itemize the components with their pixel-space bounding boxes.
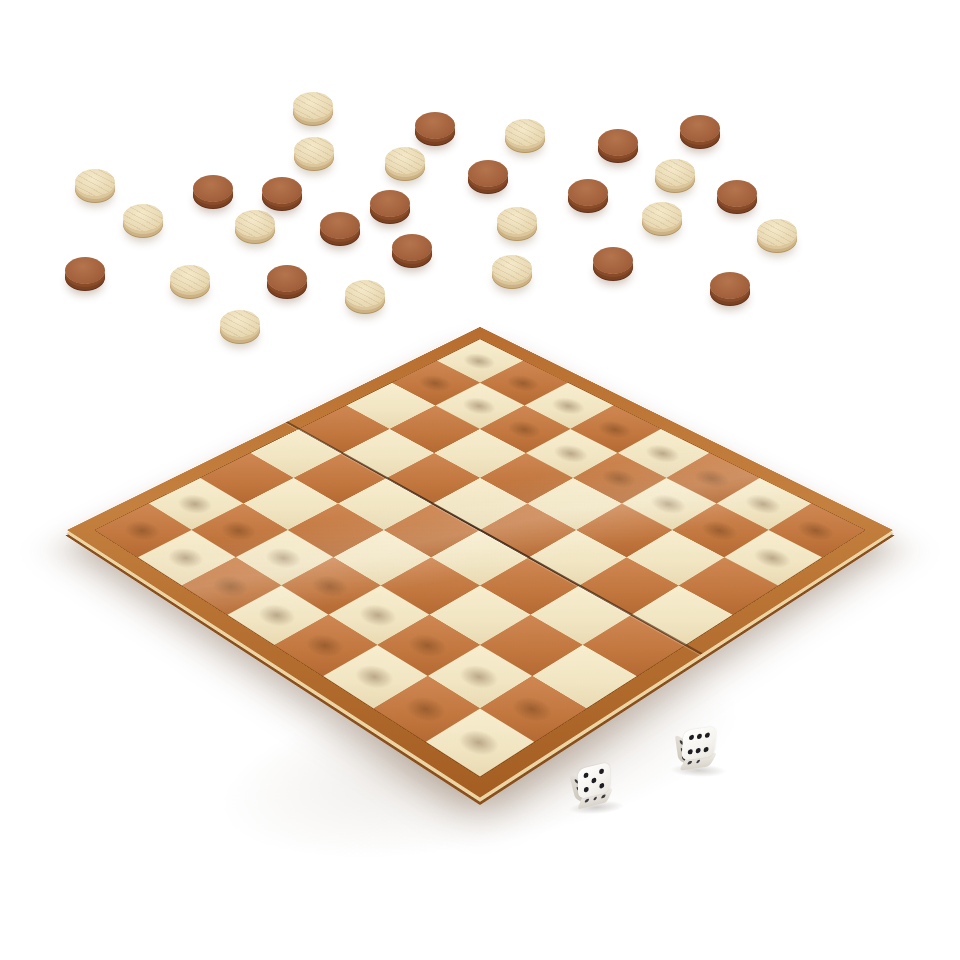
checker-disc-dark-22[interactable] [65, 257, 105, 284]
checker-disc-light-1[interactable] [293, 92, 333, 119]
board-frame: ♜♞♝♛♚♝♞♜♟♟♟♟♟♟♟♟♟♟♟♟♟♟♟♟♜♞♝♛♚♝♞♜ [67, 327, 893, 798]
checker-disc-dark-19[interactable] [370, 190, 410, 217]
pip [584, 787, 589, 793]
checker-disc-light-3[interactable] [385, 147, 425, 174]
pawn-glyph: ♟ [453, 358, 498, 408]
rook-glyph: ♜ [441, 671, 508, 745]
checker-disc-dark-24[interactable] [468, 160, 508, 187]
pawn-glyph: ♟ [544, 404, 590, 456]
pip [601, 794, 606, 799]
checker-disc-light-10[interactable] [505, 119, 545, 146]
board-squares: ♜♞♝♛♚♝♞♜♟♟♟♟♟♟♟♟♟♟♟♟♟♟♟♟♜♞♝♛♚♝♞♜ [95, 339, 864, 776]
checker-disc-dark-21[interactable] [392, 234, 432, 261]
die-2[interactable] [676, 727, 722, 777]
checker-disc-light-7[interactable] [170, 265, 210, 292]
pip [704, 747, 709, 753]
checker-disc-dark-28[interactable] [717, 180, 757, 207]
die-1[interactable] [571, 764, 618, 815]
pip [599, 768, 604, 774]
checker-disc-dark-18[interactable] [262, 177, 302, 204]
pip [687, 761, 693, 765]
checker-disc-light-8[interactable] [345, 280, 385, 307]
checker-disc-dark-20[interactable] [320, 212, 360, 239]
pip [705, 732, 710, 738]
checker-disc-dark-29[interactable] [593, 247, 633, 274]
board-scene: ♜♞♝♛♚♝♞♜♟♟♟♟♟♟♟♟♟♟♟♟♟♟♟♟♜♞♝♛♚♝♞♜ [0, 0, 960, 960]
checker-disc-light-13[interactable] [642, 202, 682, 229]
checker-disc-light-11[interactable] [655, 159, 695, 186]
checker-disc-dark-26[interactable] [680, 115, 720, 142]
checker-disc-dark-16[interactable] [415, 112, 455, 139]
product-photo-stage: ♜♞♝♛♚♝♞♜♟♟♟♟♟♟♟♟♟♟♟♟♟♟♟♟♜♞♝♛♚♝♞♜ [0, 0, 960, 960]
chess-board: ♜♞♝♛♚♝♞♜♟♟♟♟♟♟♟♟♟♟♟♟♟♟♟♟♜♞♝♛♚♝♞♜ [67, 327, 893, 798]
pip [583, 772, 588, 778]
checker-disc-dark-30[interactable] [710, 272, 750, 299]
pawn-glyph: ♟ [641, 453, 689, 506]
pawn-glyph: ♟ [498, 380, 544, 431]
pawn-glyph: ♟ [501, 652, 555, 712]
checker-disc-dark-23[interactable] [267, 265, 307, 292]
pip [695, 759, 701, 763]
checker-disc-light-15[interactable] [492, 255, 532, 282]
pawn-glyph: ♟ [410, 336, 454, 385]
checker-disc-dark-17[interactable] [193, 175, 233, 202]
pip [584, 798, 589, 803]
pawn-glyph: ♟ [692, 479, 740, 533]
pip [697, 733, 702, 739]
checker-disc-light-4[interactable] [75, 169, 115, 196]
checker-disc-dark-27[interactable] [568, 179, 608, 206]
pip [687, 749, 692, 755]
pip [689, 734, 694, 740]
pip [600, 783, 605, 789]
pawn-glyph: ♟ [744, 505, 793, 560]
pip [591, 777, 596, 783]
pip [695, 748, 700, 754]
checker-disc-light-2[interactable] [294, 137, 334, 164]
checker-disc-dark-25[interactable] [598, 129, 638, 156]
checker-disc-light-5[interactable] [123, 204, 163, 231]
checker-disc-light-12[interactable] [497, 207, 537, 234]
pawn-glyph: ♟ [592, 428, 639, 480]
checker-disc-light-9[interactable] [220, 310, 260, 337]
checker-disc-light-14[interactable] [757, 219, 797, 246]
pip [593, 796, 598, 801]
checker-disc-light-6[interactable] [235, 210, 275, 237]
